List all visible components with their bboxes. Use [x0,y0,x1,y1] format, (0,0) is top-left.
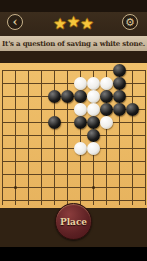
white-stone[interactable] [74,142,87,155]
go-board[interactable] [0,63,147,208]
white-stone[interactable] [87,103,100,116]
white-stone[interactable] [87,77,100,90]
black-stone[interactable] [100,90,113,103]
black-stone[interactable] [48,116,61,129]
place-button-label: Place [60,217,87,227]
white-stone[interactable] [87,90,100,103]
header-bar: ★★★ ‹ ⚙ [0,12,147,36]
star-icon: ★ [53,12,66,36]
place-button[interactable]: Place [55,203,92,240]
black-stone[interactable] [113,90,126,103]
black-stone[interactable] [74,90,87,103]
black-stone[interactable] [113,77,126,90]
grid-line [2,174,146,175]
gear-icon: ⚙ [125,16,135,29]
star-icon: ★ [67,10,80,34]
black-stone[interactable] [87,116,100,129]
puzzle-title: It's a question of saving a white stone. [0,36,147,51]
black-stone[interactable] [87,129,100,142]
white-stone[interactable] [74,77,87,90]
white-stone[interactable] [100,116,113,129]
black-stone[interactable] [74,116,87,129]
grid-line [15,70,16,205]
black-stone[interactable] [113,103,126,116]
black-stone[interactable] [48,90,61,103]
grid-line [2,161,146,162]
black-stone[interactable] [100,103,113,116]
grid-line [41,70,42,205]
white-stone[interactable] [74,103,87,116]
grid-line [28,70,29,205]
black-stone[interactable] [61,90,74,103]
grid-line [2,200,146,201]
app-screen: ★★★ ‹ ⚙ It's a question of saving a whit… [0,0,147,261]
grid-line [2,135,146,136]
toast-strip: Good job. Keep going! [0,51,147,63]
grid-line [145,70,146,205]
settings-button[interactable]: ⚙ [122,14,138,30]
white-stone[interactable] [100,77,113,90]
white-stone[interactable] [87,142,100,155]
back-chevron-icon: ‹ [12,14,17,29]
grid-line [2,70,3,205]
back-button[interactable]: ‹ [7,14,23,30]
system-nav-bar [0,247,147,261]
black-stone[interactable] [126,103,139,116]
star-icon: ★ [80,12,93,36]
black-stone[interactable] [113,64,126,77]
grid-line [2,187,146,188]
star-point [92,186,95,189]
grid-line [132,70,133,205]
star-point [14,186,17,189]
